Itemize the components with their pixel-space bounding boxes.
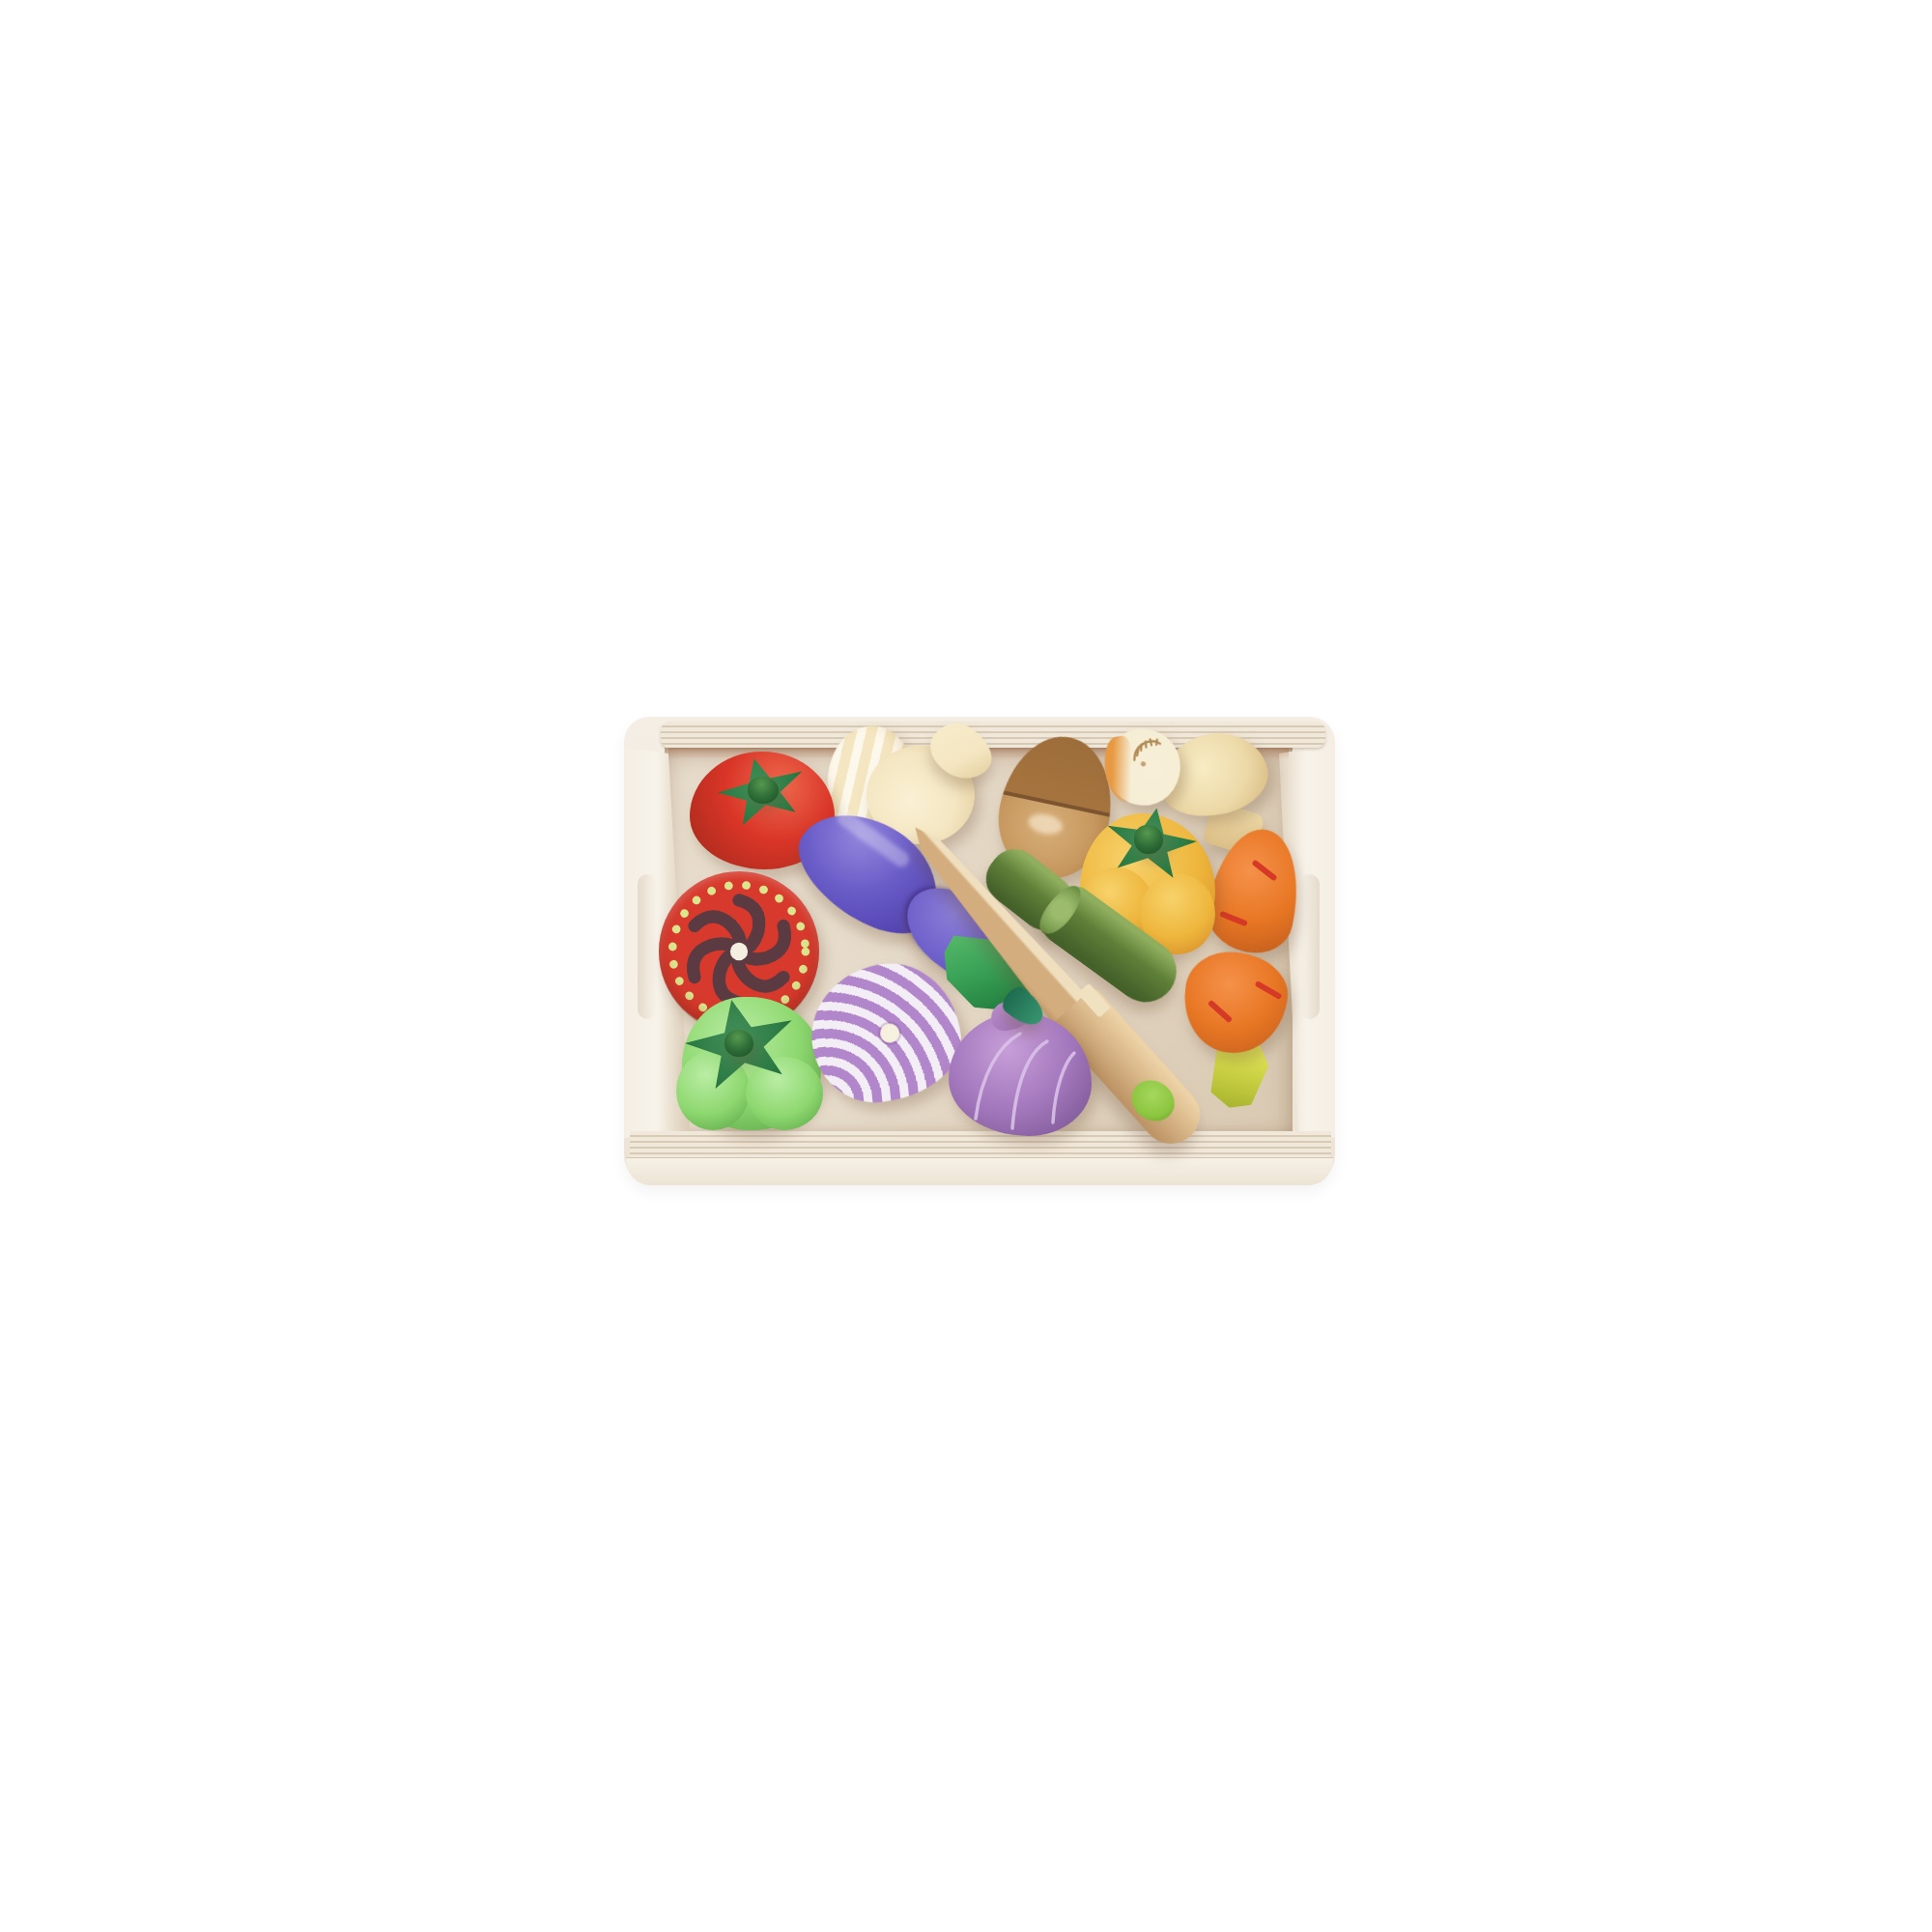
onion-skin-lines: [949, 1012, 1092, 1136]
onion-center-dot: [879, 1023, 900, 1044]
green-pepper-lobe: [746, 1057, 823, 1130]
green-pepper-stem: [724, 1030, 753, 1057]
product-photo: [0, 0, 1932, 1932]
onion-whole-purple: [949, 1012, 1092, 1136]
green-bell-pepper: [0, 0, 1932, 1932]
